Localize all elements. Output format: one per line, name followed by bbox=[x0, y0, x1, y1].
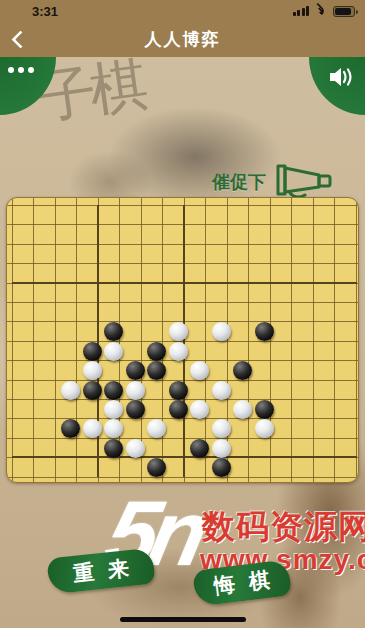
back-button[interactable] bbox=[12, 32, 26, 46]
nav-bar: 人人博弈 bbox=[0, 22, 365, 57]
page-title: 人人博弈 bbox=[145, 28, 221, 51]
ellipsis-icon bbox=[8, 67, 34, 73]
speaker-icon bbox=[329, 66, 355, 88]
home-indicator[interactable] bbox=[120, 617, 246, 622]
game-area: 子棋 催促下 bbox=[0, 57, 365, 628]
sound-button[interactable] bbox=[309, 57, 365, 115]
megaphone-icon bbox=[272, 163, 336, 201]
battery-icon bbox=[333, 6, 355, 17]
urge-move-button[interactable]: 催促下 bbox=[212, 163, 336, 201]
thick-vertical-line bbox=[97, 205, 99, 477]
cellular-signal-icon bbox=[293, 6, 310, 16]
wifi-icon bbox=[314, 6, 328, 16]
thick-horizontal-line bbox=[12, 282, 357, 284]
app-screen: 3:31 人人博弈 子棋 bbox=[0, 0, 365, 628]
urge-move-label: 催促下 bbox=[212, 170, 266, 194]
thick-horizontal-line bbox=[12, 456, 357, 458]
restart-button[interactable]: 重来 bbox=[46, 548, 155, 595]
gomoku-board[interactable] bbox=[6, 197, 359, 483]
status-bar: 3:31 bbox=[0, 0, 365, 22]
clock: 3:31 bbox=[10, 4, 58, 19]
status-icons bbox=[293, 6, 356, 17]
thick-vertical-line bbox=[183, 205, 185, 477]
